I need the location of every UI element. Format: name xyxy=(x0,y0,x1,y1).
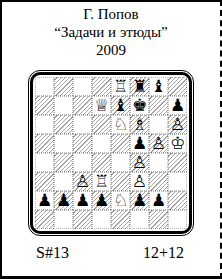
black-pawn-piece: ♟ xyxy=(132,191,147,210)
chess-board: ♖♜♝♕♝♚♟♘♗♙♟♙♔♙♙♖♙♟♟♟♟♘♟♟ xyxy=(30,72,192,234)
square-d8 xyxy=(92,77,111,96)
black-pawn-piece: ♟ xyxy=(132,134,147,153)
square-a1 xyxy=(35,210,54,229)
white-knight-piece: ♘ xyxy=(113,191,128,210)
year-line: 2009 xyxy=(2,41,220,59)
square-h6: ♙ xyxy=(168,115,187,134)
diagram-header: Г. Попов “Задачи и этюды” 2009 xyxy=(2,2,220,59)
square-h2 xyxy=(168,191,187,210)
black-pawn-piece: ♟ xyxy=(151,191,166,210)
square-b4 xyxy=(54,153,73,172)
square-e5 xyxy=(111,134,130,153)
square-c5 xyxy=(73,134,92,153)
square-g4 xyxy=(149,153,168,172)
square-c4 xyxy=(73,153,92,172)
black-pawn-piece: ♟ xyxy=(170,96,185,115)
black-bishop-piece: ♝ xyxy=(151,77,166,96)
square-f4: ♙ xyxy=(130,153,149,172)
square-g5: ♙ xyxy=(149,134,168,153)
square-c3: ♙ xyxy=(73,172,92,191)
source-line: “Задачи и этюды” xyxy=(2,23,220,41)
square-c6 xyxy=(73,115,92,134)
square-b6 xyxy=(54,115,73,134)
square-f3: ♙ xyxy=(130,172,149,191)
square-c7 xyxy=(73,96,92,115)
white-knight-piece: ♘ xyxy=(113,115,128,134)
square-g7 xyxy=(149,96,168,115)
square-e4 xyxy=(111,153,130,172)
square-h4 xyxy=(168,153,187,172)
square-h8 xyxy=(168,77,187,96)
square-e8: ♖ xyxy=(111,77,130,96)
white-king-piece: ♔ xyxy=(170,134,185,153)
white-pawn-piece: ♙ xyxy=(132,172,147,191)
square-f8: ♜ xyxy=(130,77,149,96)
square-f1 xyxy=(130,210,149,229)
white-rook-piece: ♖ xyxy=(113,77,128,96)
square-d1 xyxy=(92,210,111,229)
black-rook-piece: ♜ xyxy=(132,77,147,96)
white-pawn-piece: ♙ xyxy=(75,172,90,191)
white-queen-piece: ♕ xyxy=(94,96,109,115)
black-king-piece: ♚ xyxy=(132,96,147,115)
square-h1 xyxy=(168,210,187,229)
square-g3 xyxy=(149,172,168,191)
white-pawn-piece: ♙ xyxy=(151,134,166,153)
square-g2: ♟ xyxy=(149,191,168,210)
material-count-label: 12+12 xyxy=(143,243,184,262)
stipulation-label: S#13 xyxy=(36,243,69,262)
chess-board-frame: ♖♜♝♕♝♚♟♘♗♙♟♙♔♙♙♖♙♟♟♟♟♘♟♟ xyxy=(30,72,192,234)
square-b1 xyxy=(54,210,73,229)
square-a7 xyxy=(35,96,54,115)
white-rook-piece: ♖ xyxy=(94,172,109,191)
square-f6: ♗ xyxy=(130,115,149,134)
square-b2: ♟ xyxy=(54,191,73,210)
square-f5: ♟ xyxy=(130,134,149,153)
square-h7: ♟ xyxy=(168,96,187,115)
black-pawn-piece: ♟ xyxy=(94,191,109,210)
square-d3: ♖ xyxy=(92,172,111,191)
square-g8: ♝ xyxy=(149,77,168,96)
square-e2: ♘ xyxy=(111,191,130,210)
white-pawn-piece: ♙ xyxy=(170,115,185,134)
black-pawn-piece: ♟ xyxy=(75,191,90,210)
square-g6 xyxy=(149,115,168,134)
square-c1 xyxy=(73,210,92,229)
square-c2: ♟ xyxy=(73,191,92,210)
diagram-caption: S#13 12+12 xyxy=(36,243,184,262)
square-b5 xyxy=(54,134,73,153)
square-f7: ♚ xyxy=(130,96,149,115)
author-line: Г. Попов xyxy=(2,5,220,23)
square-d4 xyxy=(92,153,111,172)
square-c8 xyxy=(73,77,92,96)
page: Г. Попов “Задачи и этюды” 2009 ♖♜♝♕♝♚♟♘♗… xyxy=(0,0,222,279)
white-pawn-piece: ♙ xyxy=(132,153,147,172)
square-e7: ♝ xyxy=(111,96,130,115)
square-a8 xyxy=(35,77,54,96)
square-a3 xyxy=(35,172,54,191)
square-b8 xyxy=(54,77,73,96)
square-f2: ♟ xyxy=(130,191,149,210)
square-e1 xyxy=(111,210,130,229)
square-d6 xyxy=(92,115,111,134)
square-e3 xyxy=(111,172,130,191)
square-a5 xyxy=(35,134,54,153)
square-b7 xyxy=(54,96,73,115)
square-a2: ♟ xyxy=(35,191,54,210)
square-e6: ♘ xyxy=(111,115,130,134)
square-a6 xyxy=(35,115,54,134)
square-b3 xyxy=(54,172,73,191)
square-d5 xyxy=(92,134,111,153)
square-d7: ♕ xyxy=(92,96,111,115)
square-h3 xyxy=(168,172,187,191)
white-bishop-piece: ♗ xyxy=(132,115,147,134)
black-pawn-piece: ♟ xyxy=(56,191,71,210)
black-bishop-piece: ♝ xyxy=(113,96,128,115)
square-h5: ♔ xyxy=(168,134,187,153)
square-d2: ♟ xyxy=(92,191,111,210)
square-g1 xyxy=(149,210,168,229)
square-a4 xyxy=(35,153,54,172)
black-pawn-piece: ♟ xyxy=(37,191,52,210)
